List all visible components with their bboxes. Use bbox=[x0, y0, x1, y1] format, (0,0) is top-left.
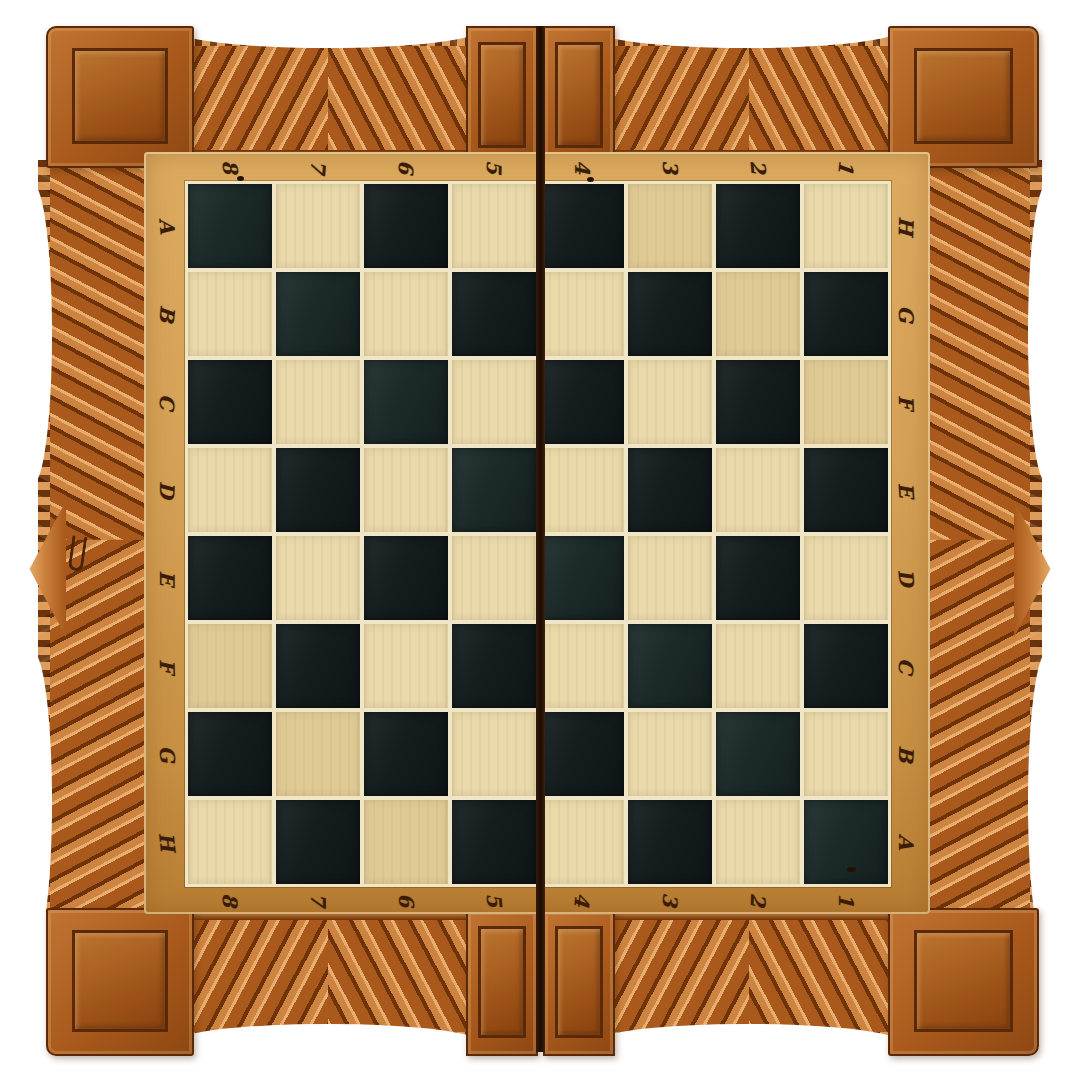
file-label-right-F: F bbox=[896, 395, 916, 410]
file-label-left-C: C bbox=[156, 393, 177, 410]
rank-label-bottom-6: 6 bbox=[396, 893, 417, 908]
file-label-right-G: G bbox=[896, 305, 916, 322]
file-label-right-H: H bbox=[896, 216, 917, 236]
file-label-left-D: D bbox=[157, 481, 178, 499]
file-label-right-B: B bbox=[896, 745, 917, 763]
file-label-left-H: H bbox=[156, 832, 178, 853]
chess-board: 8765432187654321ABCDEFGHHGFEDCBA bbox=[30, 24, 1050, 1056]
rank-label-bottom-5: 5 bbox=[483, 892, 504, 908]
rank-label-bottom-3: 3 bbox=[660, 892, 681, 907]
file-label-left-G: G bbox=[156, 745, 177, 763]
folding-seam bbox=[536, 26, 545, 1052]
file-label-right-A: A bbox=[896, 834, 916, 850]
rank-label-bottom-8: 8 bbox=[220, 893, 240, 907]
file-label-left-E: E bbox=[157, 570, 177, 585]
file-label-left-A: A bbox=[156, 217, 177, 234]
rank-label-top-7: 7 bbox=[307, 159, 328, 175]
rank-label-top-2: 2 bbox=[747, 159, 768, 175]
file-label-right-E: E bbox=[895, 482, 916, 499]
rank-label-top-6: 6 bbox=[396, 160, 417, 175]
rank-label-top-3: 3 bbox=[660, 160, 681, 175]
rank-label-bottom-1: 1 bbox=[836, 893, 856, 907]
file-label-left-F: F bbox=[157, 659, 177, 674]
wood-speck bbox=[237, 176, 244, 181]
wood-speck bbox=[587, 177, 594, 182]
file-label-right-D: D bbox=[895, 568, 917, 587]
wood-speck bbox=[847, 867, 856, 872]
file-label-left-B: B bbox=[156, 305, 178, 324]
file-label-right-C: C bbox=[895, 657, 916, 675]
rank-label-bottom-4: 4 bbox=[571, 892, 592, 908]
rank-label-top-8: 8 bbox=[219, 159, 240, 175]
rank-label-top-1: 1 bbox=[835, 159, 856, 175]
rank-label-top-4: 4 bbox=[572, 160, 592, 174]
rank-label-bottom-2: 2 bbox=[748, 893, 768, 908]
rank-label-top-5: 5 bbox=[484, 160, 504, 174]
rank-label-bottom-7: 7 bbox=[308, 893, 328, 907]
product-photo-stage: 8765432187654321ABCDEFGHHGFEDCBA bbox=[0, 0, 1080, 1080]
